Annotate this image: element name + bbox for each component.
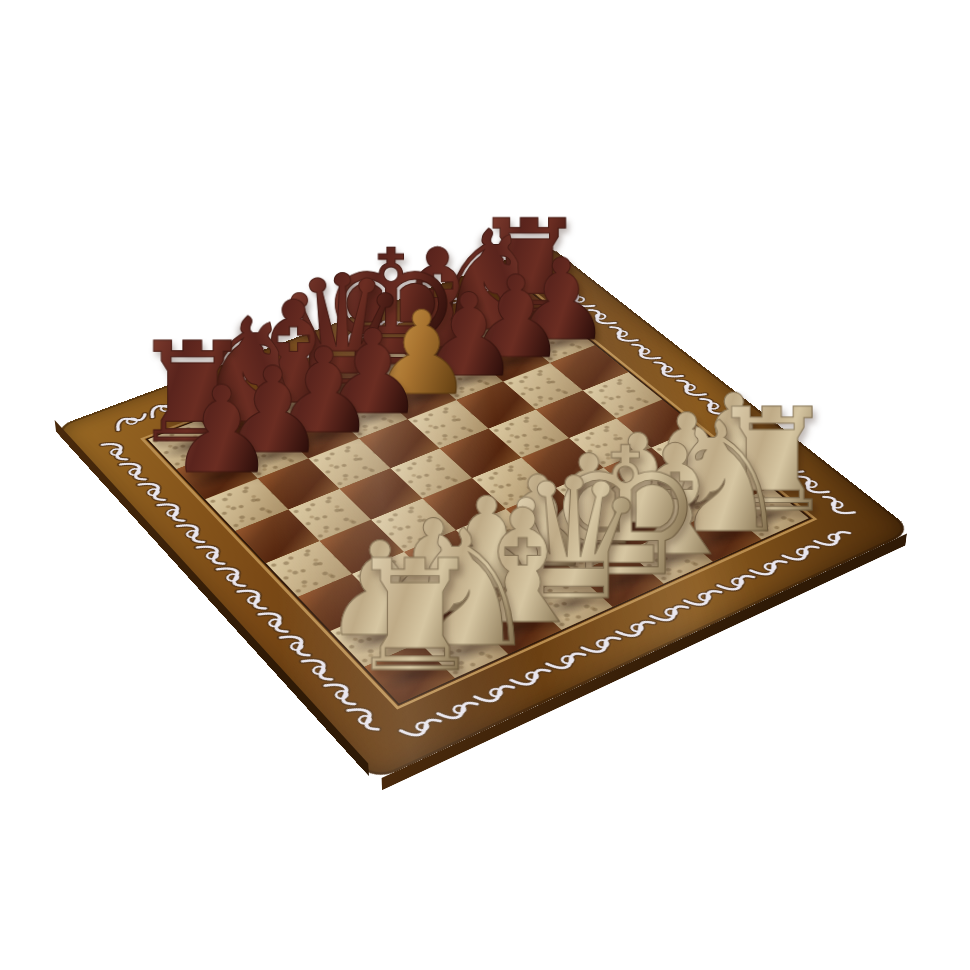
photo-canvas: ♜♞♝♛♚♝♞♜♟♟♟♟♟♟♟♟♟♟♟♟♟♟♟♟♜♞♝♛♚♝♞♜ [0,0,970,970]
piece-black-pawn-a7[interactable]: ♟ [168,383,276,479]
scene: ♜♞♝♛♚♝♞♜♟♟♟♟♟♟♟♟♟♟♟♟♟♟♟♟♜♞♝♛♚♝♞♜ [0,0,970,970]
chess-board: ♜♞♝♛♚♝♞♜♟♟♟♟♟♟♟♟♟♟♟♟♟♟♟♟♜♞♝♛♚♝♞♜ [53,244,914,781]
piece-white-rook-a1[interactable]: ♜ [346,555,484,678]
square-a1[interactable]: ♜ [364,642,454,703]
board-field: ♜♞♝♛♚♝♞♜♟♟♟♟♟♟♟♟♟♟♟♟♟♟♟♟♜♞♝♛♚♝♞♜ [145,292,811,705]
square-a7[interactable]: ♟ [176,449,257,499]
board-frame: ♜♞♝♛♚♝♞♜♟♟♟♟♟♟♟♟♟♟♟♟♟♟♟♟♜♞♝♛♚♝♞♜ [53,244,914,781]
